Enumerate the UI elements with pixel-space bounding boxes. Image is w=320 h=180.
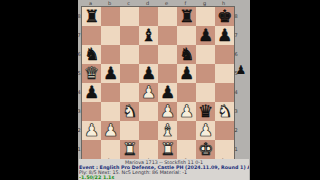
square-g5 bbox=[196, 64, 215, 83]
white-pawn-piece: ♟ bbox=[198, 121, 213, 140]
black-pawn-piece: ♟ bbox=[217, 26, 232, 45]
square-g2: ♟ bbox=[196, 121, 215, 140]
square-f7 bbox=[177, 26, 196, 45]
square-d3 bbox=[139, 102, 158, 121]
black-bishop-piece: ♝ bbox=[141, 26, 156, 45]
square-b5: ♟ bbox=[101, 64, 120, 83]
square-f3: ♟ bbox=[177, 102, 196, 121]
square-h4 bbox=[215, 83, 234, 102]
square-a2: ♟ bbox=[82, 121, 101, 140]
black-knight-piece: ♞ bbox=[84, 45, 99, 64]
game-info-footer: Mariova 1713 -- Stockfish 11 0-1 Event :… bbox=[79, 159, 249, 180]
black-pawn-piece: ♟ bbox=[103, 64, 118, 83]
black-pawn-piece: ♟ bbox=[84, 83, 99, 102]
square-e6 bbox=[158, 45, 177, 64]
square-g8 bbox=[196, 7, 215, 26]
square-a3 bbox=[82, 102, 101, 121]
square-e2: ♝ bbox=[158, 121, 177, 140]
square-d5: ♟ bbox=[139, 64, 158, 83]
square-g4 bbox=[196, 83, 215, 102]
square-c8 bbox=[120, 7, 139, 26]
square-c6 bbox=[120, 45, 139, 64]
white-pawn-piece: ♟ bbox=[103, 121, 118, 140]
square-g7: ♟ bbox=[196, 26, 215, 45]
white-rook-piece: ♜ bbox=[122, 140, 137, 159]
black-pawn-icon: ♟ bbox=[236, 63, 247, 77]
square-a4: ♟ bbox=[82, 83, 101, 102]
white-knight-piece: ♞ bbox=[122, 102, 137, 121]
square-f1 bbox=[177, 140, 196, 159]
square-e4: ♟ bbox=[158, 83, 177, 102]
black-king-piece: ♚ bbox=[217, 7, 232, 26]
letterbox-right bbox=[250, 0, 320, 180]
square-h7: ♟ bbox=[215, 26, 234, 45]
square-h8: ♚ bbox=[215, 7, 234, 26]
coordinate-label-4: 4 bbox=[234, 82, 238, 101]
square-c7 bbox=[120, 26, 139, 45]
square-b6 bbox=[101, 45, 120, 64]
material-indicator: ♟ bbox=[235, 62, 247, 78]
white-rook-piece: ♜ bbox=[160, 140, 175, 159]
white-queen-piece: ♛ bbox=[84, 64, 99, 83]
white-bishop-piece: ♝ bbox=[160, 121, 175, 140]
square-b4 bbox=[101, 83, 120, 102]
square-f4 bbox=[177, 83, 196, 102]
square-e3: ♟ bbox=[158, 102, 177, 121]
coordinate-label-2: 2 bbox=[234, 120, 238, 139]
black-rook-piece: ♜ bbox=[179, 7, 194, 26]
letterbox-left bbox=[0, 0, 78, 180]
coordinate-label-7: 7 bbox=[234, 25, 238, 44]
square-h2 bbox=[215, 121, 234, 140]
square-c3: ♞ bbox=[120, 102, 139, 121]
square-g6 bbox=[196, 45, 215, 64]
chess-board: ♜♜♚♝♟♟♞♞♛♟♟♟♟♟♟♞♟♟♛♞♟♟♝♟♜♜♚ bbox=[81, 6, 235, 160]
rank-labels-right: 87654321 bbox=[234, 6, 238, 158]
white-knight-piece: ♞ bbox=[217, 102, 232, 121]
square-f8: ♜ bbox=[177, 7, 196, 26]
square-a8: ♜ bbox=[82, 7, 101, 26]
video-frame: abcdefgh 87654321 ♜♜♚♝♟♟♞♞♛♟♟♟♟♟♟♞♟♟♛♞♟♟… bbox=[0, 0, 320, 180]
black-queen-piece: ♛ bbox=[198, 102, 213, 121]
engine-eval-line: -1.50/22 1.1s bbox=[79, 175, 249, 180]
white-king-piece: ♚ bbox=[198, 140, 213, 159]
black-pawn-piece: ♟ bbox=[160, 83, 175, 102]
square-c4 bbox=[120, 83, 139, 102]
square-g3: ♛ bbox=[196, 102, 215, 121]
square-d6 bbox=[139, 45, 158, 64]
square-a5: ♛ bbox=[82, 64, 101, 83]
square-b3 bbox=[101, 102, 120, 121]
square-a6: ♞ bbox=[82, 45, 101, 64]
white-pawn-piece: ♟ bbox=[141, 83, 156, 102]
black-pawn-piece: ♟ bbox=[198, 26, 213, 45]
white-pawn-piece: ♟ bbox=[84, 121, 99, 140]
square-c5 bbox=[120, 64, 139, 83]
square-d2 bbox=[139, 121, 158, 140]
square-d4: ♟ bbox=[139, 83, 158, 102]
white-pawn-piece: ♟ bbox=[179, 102, 194, 121]
square-e8 bbox=[158, 7, 177, 26]
square-h5 bbox=[215, 64, 234, 83]
coordinate-label-6: 6 bbox=[234, 44, 238, 63]
coordinate-label-1: 1 bbox=[234, 139, 238, 158]
coordinate-label-8: 8 bbox=[234, 6, 238, 25]
chess-gui-panel: abcdefgh 87654321 ♜♜♚♝♟♟♞♞♛♟♟♟♟♟♟♞♟♟♛♞♟♟… bbox=[78, 0, 250, 180]
white-pawn-piece: ♟ bbox=[160, 102, 175, 121]
square-a7 bbox=[82, 26, 101, 45]
square-e5 bbox=[158, 64, 177, 83]
square-f5: ♟ bbox=[177, 64, 196, 83]
square-h3: ♞ bbox=[215, 102, 234, 121]
coordinate-label-3: 3 bbox=[234, 101, 238, 120]
black-pawn-piece: ♟ bbox=[179, 64, 194, 83]
square-c2 bbox=[120, 121, 139, 140]
square-b7 bbox=[101, 26, 120, 45]
black-pawn-piece: ♟ bbox=[141, 64, 156, 83]
square-d7: ♝ bbox=[139, 26, 158, 45]
square-b2: ♟ bbox=[101, 121, 120, 140]
square-f6: ♞ bbox=[177, 45, 196, 64]
square-h6 bbox=[215, 45, 234, 64]
square-f2 bbox=[177, 121, 196, 140]
square-d8 bbox=[139, 7, 158, 26]
black-knight-piece: ♞ bbox=[179, 45, 194, 64]
square-e7 bbox=[158, 26, 177, 45]
black-rook-piece: ♜ bbox=[84, 7, 99, 26]
square-b8 bbox=[101, 7, 120, 26]
